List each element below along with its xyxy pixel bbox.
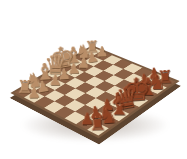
- chess-set-photo: ♜♟♟♜♞♟♟♞♝♟♟♝♚♟♟♚♛♟♟♛♝♟♟♝♞♟♟♞♜♟♟♜: [0, 0, 187, 159]
- piece-base-ring: [30, 96, 39, 100]
- piece-glyph-rook-icon: ♜: [81, 112, 115, 134]
- square-a8[interactable]: ♜: [87, 122, 109, 135]
